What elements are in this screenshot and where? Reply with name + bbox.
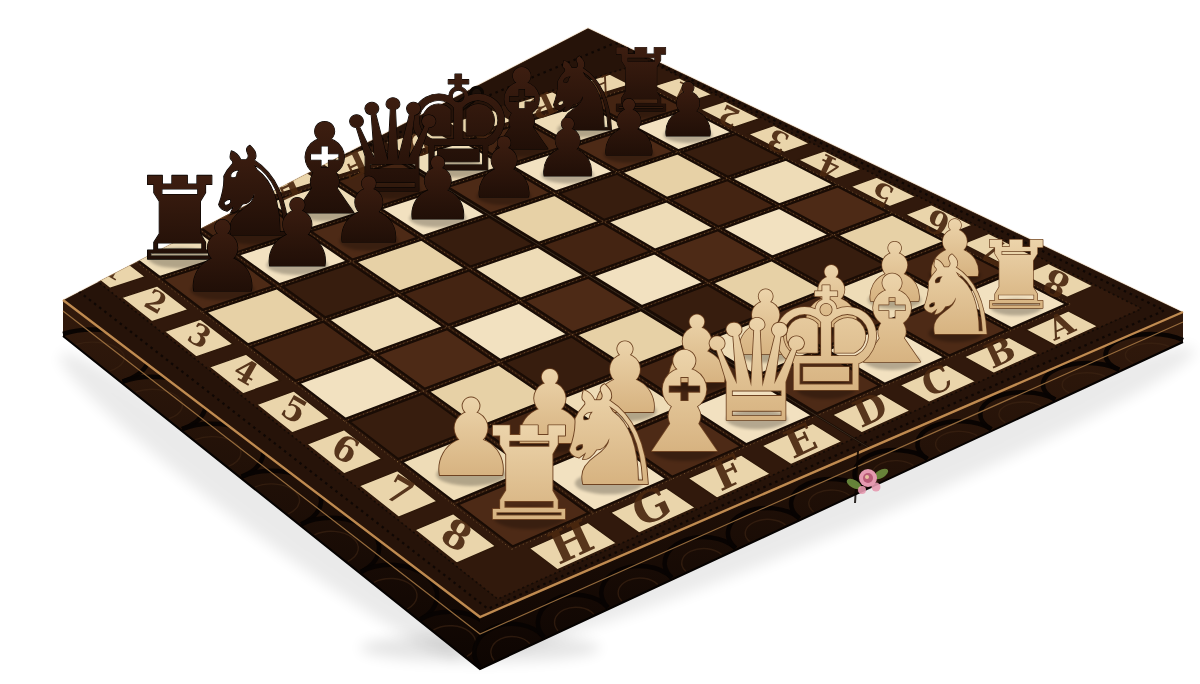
piece-black-pawn-f2: ♟ bbox=[329, 158, 410, 263]
chess-set-photo: 11HH22GG33FF44EE55DD66CC77BB88AA♜♞♟♝♟♚♟♛… bbox=[0, 0, 1200, 684]
piece-black-pawn-g2: ♟ bbox=[255, 179, 339, 288]
piece-black-pawn-b2: ♟ bbox=[594, 83, 663, 173]
piece-black-pawn-c2: ♟ bbox=[532, 102, 604, 195]
board-canvas: 11HH22GG33FF44EE55DD66CC77BB88AA♜♞♟♝♟♚♟♛… bbox=[0, 0, 1200, 684]
piece-black-pawn-a2: ♟ bbox=[655, 67, 722, 154]
piece-white-rook-h8: ♜ bbox=[472, 400, 587, 549]
piece-black-pawn-h2: ♟ bbox=[179, 200, 267, 314]
piece-black-pawn-e2: ♟ bbox=[399, 139, 477, 239]
piece-black-pawn-d2: ♟ bbox=[467, 120, 542, 217]
